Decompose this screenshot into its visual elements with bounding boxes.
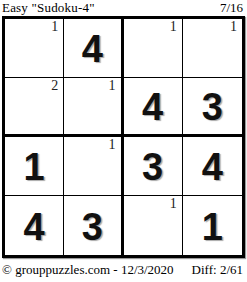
- copyright-text: © grouppuzzles.com - 12/3/2020: [2, 262, 174, 278]
- cell-value: 3: [142, 146, 163, 186]
- cell-r1c1[interactable]: 1: [5, 19, 64, 78]
- cell-r4c3[interactable]: 1: [124, 196, 183, 255]
- cell-r1c4[interactable]: 1: [183, 19, 242, 78]
- cell-r3c2[interactable]: 1: [64, 137, 123, 196]
- cell-r2c3[interactable]: 4: [124, 78, 183, 137]
- puzzle-title: Easy "Sudoku-4": [2, 0, 95, 16]
- cell-value: 3: [82, 206, 103, 246]
- cell-r2c1[interactable]: 2: [5, 78, 64, 137]
- cell-r2c4[interactable]: 3: [183, 78, 242, 137]
- cell-value: 4: [24, 206, 45, 246]
- cell-r1c2[interactable]: 4: [64, 19, 123, 78]
- cell-value: 4: [82, 28, 103, 68]
- cell-r2c2[interactable]: 1: [64, 78, 123, 137]
- pencil-mark: 1: [51, 20, 58, 34]
- cell-value: 4: [202, 146, 223, 186]
- difficulty-text: Diff: 2/61: [192, 262, 243, 278]
- page-number: 7/16: [220, 0, 243, 16]
- cell-r3c1[interactable]: 1: [5, 137, 64, 196]
- pencil-mark: 1: [109, 79, 116, 93]
- cell-r4c1[interactable]: 4: [5, 196, 64, 255]
- cell-r1c3[interactable]: 1: [124, 19, 183, 78]
- cell-value: 4: [142, 86, 163, 126]
- cell-r3c4[interactable]: 4: [183, 137, 242, 196]
- cell-value: 1: [24, 146, 45, 186]
- pencil-mark: 1: [170, 20, 177, 34]
- pencil-mark: 2: [51, 79, 58, 93]
- cell-r4c4[interactable]: 1: [183, 196, 242, 255]
- pencil-mark: 1: [170, 197, 177, 211]
- cell-value: 1: [202, 206, 223, 246]
- pencil-mark: 1: [230, 20, 237, 34]
- sudoku-board: 1 4 1 1 2 1 4 3 1 1 3 4: [2, 16, 245, 258]
- cell-r4c2[interactable]: 3: [64, 196, 123, 255]
- cell-value: 3: [202, 86, 223, 126]
- pencil-mark: 1: [109, 138, 116, 152]
- cell-r3c3[interactable]: 3: [124, 137, 183, 196]
